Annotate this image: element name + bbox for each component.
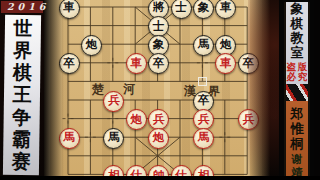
banner-char: 争	[12, 108, 31, 127]
channel-title-char: 教	[291, 31, 304, 46]
river-label-chu: 楚	[92, 81, 104, 98]
piece-black-士[interactable]: 士	[171, 0, 192, 19]
channel-title-char: 棋	[291, 17, 304, 32]
letterbox-bar	[0, 176, 320, 180]
river-label-he: 河	[123, 81, 135, 98]
event-year-label: 2016	[1, 1, 43, 13]
banner-char: 棋	[13, 63, 32, 82]
piece-black-炮[interactable]: 炮	[81, 35, 102, 56]
banner-char: 赛	[11, 152, 30, 171]
river-label-jie: 界	[208, 83, 220, 100]
banner-char: 霸	[12, 130, 31, 149]
piece-red-兵[interactable]: 兵	[193, 109, 214, 130]
piece-red-炮[interactable]: 炮	[148, 128, 169, 149]
channel-title-card: 象 棋 教 室 盗 版 必 究	[284, 2, 310, 84]
players-card: 郑 惟 桐 谢 靖	[284, 101, 310, 176]
channel-title-char: 象	[291, 2, 304, 17]
river-label-han: 漢	[184, 83, 196, 100]
board-left-shadow	[44, 0, 64, 180]
striped-divider	[284, 84, 310, 101]
piece-black-馬[interactable]: 馬	[103, 128, 124, 149]
video-frame: 車將士象車士炮象馬炮卒卒卒卒馬車車兵炮兵兵兵馬炮馬相仕帥仕相 楚 河 漢 界 2…	[0, 0, 320, 180]
board-right-shadow	[248, 0, 282, 180]
channel-info-panel: 象 棋 教 室 盗 版 必 究 郑 惟 桐 谢 靖	[279, 0, 314, 180]
xiangqi-board: 車將士象車士炮象馬炮卒卒卒卒馬車車兵炮兵兵兵馬炮馬相仕帥仕相 楚 河 漢 界	[44, 0, 282, 180]
banner-char: 界	[13, 41, 32, 60]
channel-title-char: 室	[291, 46, 304, 61]
piece-red-馬[interactable]: 馬	[193, 128, 214, 149]
piece-red-車[interactable]: 車	[126, 53, 147, 74]
anti-piracy-notice: 盗 版 必 究	[286, 62, 308, 82]
piece-black-象[interactable]: 象	[193, 0, 214, 19]
last-move-marker	[198, 77, 207, 86]
event-banner-panel: 2016 世 界 棋 王 争 霸 赛	[0, 0, 44, 180]
piece-black-馬[interactable]: 馬	[193, 35, 214, 56]
player-name-top: 郑 惟 桐	[291, 106, 304, 151]
banner-char: 世	[13, 19, 32, 38]
event-title-banner: 世 界 棋 王 争 霸 赛	[3, 15, 41, 175]
piece-red-炮[interactable]: 炮	[126, 109, 147, 130]
banner-char: 王	[12, 85, 31, 104]
piece-red-兵[interactable]: 兵	[103, 91, 124, 112]
